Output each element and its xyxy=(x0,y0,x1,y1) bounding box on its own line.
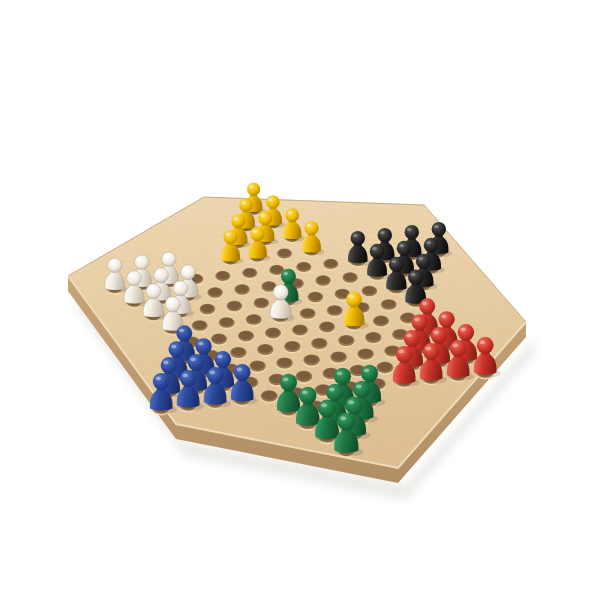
hole xyxy=(361,286,377,298)
hole xyxy=(207,287,223,299)
hole xyxy=(199,304,215,316)
hole xyxy=(307,292,323,304)
hole xyxy=(238,331,255,344)
hole xyxy=(373,316,390,329)
hole xyxy=(234,284,250,296)
hole xyxy=(253,298,269,310)
hole xyxy=(330,351,347,364)
hole xyxy=(326,305,343,317)
chinese-checkers-board xyxy=(0,0,600,600)
hole xyxy=(284,341,301,354)
hole xyxy=(277,248,293,260)
hole xyxy=(260,390,278,403)
hole xyxy=(365,332,382,345)
hole xyxy=(211,334,228,347)
hole xyxy=(242,268,258,280)
hole xyxy=(338,335,355,348)
hole xyxy=(380,299,397,311)
hole xyxy=(376,362,394,375)
hole xyxy=(226,301,242,313)
product-photo xyxy=(0,0,600,600)
hole xyxy=(357,348,374,361)
hole xyxy=(303,354,320,367)
hole xyxy=(296,262,312,274)
hole xyxy=(311,338,328,351)
hole xyxy=(257,344,274,357)
hole xyxy=(299,308,316,320)
hole xyxy=(295,371,313,384)
hole xyxy=(191,320,208,332)
hole xyxy=(323,259,339,271)
hole xyxy=(292,325,309,338)
hole xyxy=(276,357,293,370)
hole xyxy=(319,322,336,335)
hole xyxy=(230,347,247,360)
hole xyxy=(245,314,262,326)
hole xyxy=(215,271,231,283)
hole xyxy=(249,360,266,373)
hole xyxy=(342,272,358,284)
hole xyxy=(218,317,235,329)
hole xyxy=(315,275,331,287)
hole xyxy=(265,328,282,341)
